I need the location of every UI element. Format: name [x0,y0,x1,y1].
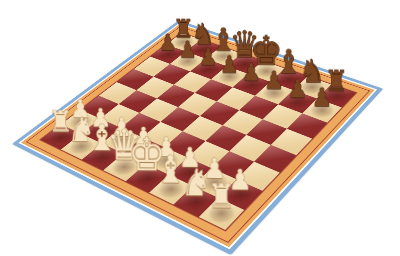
pawn-glyph: ♟ [287,76,307,101]
white-rook-h1[interactable]: ♜ [203,180,240,213]
chess-board[interactable]: ♜♞♝♛♚♝♞♜♟♟♟♟♟♟♟♟♟♟♟♟♟♟♟♟♜♞♝♛♚♝♞♜ [12,20,383,255]
black-pawn-h7[interactable]: ♟ [306,85,338,110]
rook-glyph: ♜ [208,180,236,213]
chess-board-scene: ♜♞♝♛♚♝♞♜♟♟♟♟♟♟♟♟♟♟♟♟♟♟♟♟♜♞♝♛♚♝♞♜ [49,0,351,256]
pawn-glyph: ♟ [312,85,333,110]
